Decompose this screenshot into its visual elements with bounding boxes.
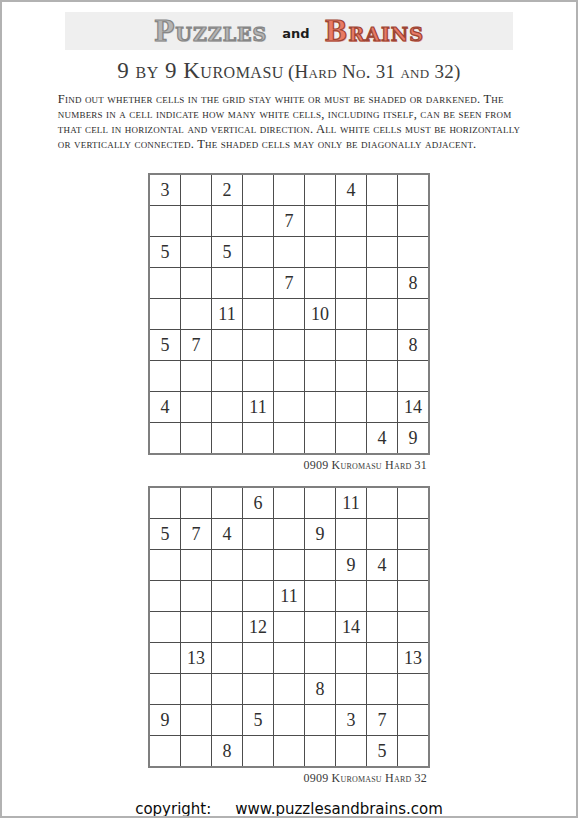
cell-r9c8: 4 (367, 423, 397, 453)
cell-r6c1: 5 (150, 330, 180, 360)
cell-r2c9 (398, 519, 428, 549)
cell-r6c9: 13 (398, 643, 428, 673)
logo-and: and (282, 22, 309, 41)
cell-r1c9 (398, 488, 428, 518)
cell-r3c7: 9 (336, 550, 366, 580)
cell-r6c1 (150, 643, 180, 673)
cell-r6c2: 13 (181, 643, 211, 673)
cell-r8c5 (274, 392, 304, 422)
cell-r8c7: 3 (336, 705, 366, 735)
cell-r4c1 (150, 268, 180, 298)
cell-r9c1 (150, 423, 180, 453)
cell-r4c5: 11 (274, 581, 304, 611)
cell-r9c4 (243, 736, 273, 766)
puzzle-caption-31: 0909 Kuromasu Hard 31 (148, 458, 430, 473)
cell-r7c5 (274, 361, 304, 391)
cell-r3c2 (181, 550, 211, 580)
cell-r2c9 (398, 206, 428, 236)
cell-r1c6 (305, 488, 335, 518)
cell-r2c3 (212, 206, 242, 236)
cell-r7c5 (274, 674, 304, 704)
cell-r8c8: 7 (367, 705, 397, 735)
cell-r9c6 (305, 423, 335, 453)
cell-r4c1 (150, 581, 180, 611)
cell-r7c4 (243, 361, 273, 391)
cell-r7c6: 8 (305, 674, 335, 704)
cell-r7c7 (336, 361, 366, 391)
cell-r9c5 (274, 423, 304, 453)
cell-r7c3 (212, 674, 242, 704)
puzzle-hard-31: 3247557811105784111449 0909 Kuromasu Har… (148, 173, 430, 473)
cell-r4c7 (336, 268, 366, 298)
cell-r3c4 (243, 237, 273, 267)
cell-r8c4: 5 (243, 705, 273, 735)
cell-r8c6 (305, 392, 335, 422)
cell-r6c5 (274, 643, 304, 673)
cell-r9c2 (181, 736, 211, 766)
cell-r9c4 (243, 423, 273, 453)
instructions-line-4: or vertically connected. The shaded cell… (58, 137, 520, 152)
cell-r8c8 (367, 392, 397, 422)
cell-r2c2 (181, 206, 211, 236)
site-logo-banner: Puzzles and Brains (65, 12, 513, 50)
cell-r6c5 (274, 330, 304, 360)
cell-r1c3 (212, 488, 242, 518)
cell-r5c3: 11 (212, 299, 242, 329)
cell-r5c7 (336, 299, 366, 329)
instructions-line-1: Find out whether cells in the grid stay … (58, 92, 520, 107)
cell-r4c3 (212, 581, 242, 611)
cell-r2c2: 7 (181, 519, 211, 549)
cell-r8c1: 9 (150, 705, 180, 735)
cell-r2c5: 7 (274, 206, 304, 236)
cell-r2c1: 5 (150, 519, 180, 549)
footer: copyright: www.puzzlesandbrains.com (2, 800, 576, 818)
cell-r9c3 (212, 423, 242, 453)
cell-r1c5 (274, 488, 304, 518)
cell-r4c4 (243, 581, 273, 611)
cell-r6c8 (367, 643, 397, 673)
cell-r4c2 (181, 581, 211, 611)
cell-r2c4 (243, 206, 273, 236)
cell-r1c4 (243, 175, 273, 205)
puzzle-caption-32: 0909 Kuromasu Hard 32 (148, 771, 430, 786)
cell-r7c2 (181, 361, 211, 391)
logo-brains: Brains (325, 18, 424, 45)
cell-r6c4 (243, 330, 273, 360)
cell-r4c8 (367, 268, 397, 298)
site-url-link[interactable]: www.puzzlesandbrains.com (235, 800, 443, 818)
cell-r3c5 (274, 237, 304, 267)
cell-r4c9: 8 (398, 268, 428, 298)
cell-r9c9: 9 (398, 423, 428, 453)
cell-r9c3: 8 (212, 736, 242, 766)
cell-r9c8: 5 (367, 736, 397, 766)
cell-r9c9 (398, 736, 428, 766)
cell-r1c5 (274, 175, 304, 205)
cell-r6c7 (336, 643, 366, 673)
cell-r2c8 (367, 206, 397, 236)
cell-r1c7: 4 (336, 175, 366, 205)
cell-r1c1: 3 (150, 175, 180, 205)
cell-r2c3: 4 (212, 519, 242, 549)
cell-r5c1 (150, 299, 180, 329)
cell-r8c3 (212, 392, 242, 422)
cell-r1c9 (398, 175, 428, 205)
cell-r3c7 (336, 237, 366, 267)
kuromasu-grid-31: 3247557811105784111449 (148, 173, 430, 455)
cell-r3c4 (243, 550, 273, 580)
cell-r1c4: 6 (243, 488, 273, 518)
cell-r8c2 (181, 392, 211, 422)
instructions: Find out whether cells in the grid stay … (58, 92, 520, 152)
cell-r5c6 (305, 612, 335, 642)
cell-r5c4 (243, 299, 273, 329)
cell-r2c5 (274, 519, 304, 549)
cell-r4c4 (243, 268, 273, 298)
cell-r2c1 (150, 206, 180, 236)
cell-r6c3 (212, 330, 242, 360)
cell-r2c7 (336, 206, 366, 236)
cell-r8c2 (181, 705, 211, 735)
cell-r1c8 (367, 488, 397, 518)
cell-r7c4 (243, 674, 273, 704)
cell-r9c7 (336, 423, 366, 453)
kuromasu-grid-32: 61157499411121413138953785 (148, 486, 430, 768)
cell-r3c9 (398, 237, 428, 267)
cell-r8c7 (336, 392, 366, 422)
cell-r4c6 (305, 581, 335, 611)
cell-r5c8 (367, 299, 397, 329)
cell-r9c7 (336, 736, 366, 766)
cell-r7c9 (398, 361, 428, 391)
cell-r8c1: 4 (150, 392, 180, 422)
cell-r9c1 (150, 736, 180, 766)
cell-r7c7 (336, 674, 366, 704)
cell-r5c4: 12 (243, 612, 273, 642)
cell-r3c9 (398, 550, 428, 580)
cell-r4c2 (181, 268, 211, 298)
cell-r2c7 (336, 519, 366, 549)
cell-r5c6: 10 (305, 299, 335, 329)
cell-r5c3 (212, 612, 242, 642)
cell-r3c6 (305, 237, 335, 267)
cell-r5c5 (274, 299, 304, 329)
cell-r5c2 (181, 612, 211, 642)
copyright-label: copyright: (135, 800, 211, 818)
cell-r3c8 (367, 237, 397, 267)
cell-r7c2 (181, 674, 211, 704)
cell-r2c8 (367, 519, 397, 549)
cell-r9c5 (274, 736, 304, 766)
cell-r7c9 (398, 674, 428, 704)
cell-r4c9 (398, 581, 428, 611)
cell-r1c2 (181, 488, 211, 518)
cell-r5c1 (150, 612, 180, 642)
cell-r7c3 (212, 361, 242, 391)
cell-r9c6 (305, 736, 335, 766)
cell-r3c5 (274, 550, 304, 580)
cell-r1c2 (181, 175, 211, 205)
puzzle-page: Puzzles and Brains 9 by 9 Kuromasu (Hard… (0, 0, 578, 818)
cell-r7c1 (150, 361, 180, 391)
cell-r3c1: 5 (150, 237, 180, 267)
cell-r6c3 (212, 643, 242, 673)
cell-r5c2 (181, 299, 211, 329)
cell-r1c3: 2 (212, 175, 242, 205)
cell-r3c2 (181, 237, 211, 267)
cell-r8c9: 14 (398, 392, 428, 422)
cell-r3c1 (150, 550, 180, 580)
cell-r2c6 (305, 206, 335, 236)
cell-r8c5 (274, 705, 304, 735)
cell-r5c9 (398, 612, 428, 642)
cell-r2c6: 9 (305, 519, 335, 549)
cell-r5c7: 14 (336, 612, 366, 642)
cell-r5c9 (398, 299, 428, 329)
cell-r2c4 (243, 519, 273, 549)
page-title-main: 9 by 9 Kuromasu (117, 58, 284, 83)
cell-r4c6 (305, 268, 335, 298)
cell-r5c8 (367, 612, 397, 642)
cell-r4c5: 7 (274, 268, 304, 298)
page-title-sub: (Hard No. 31 and 32) (288, 61, 461, 82)
logo-puzzles: Puzzles (154, 18, 267, 45)
cell-r4c3 (212, 268, 242, 298)
cell-r4c8 (367, 581, 397, 611)
cell-r8c6 (305, 705, 335, 735)
cell-r4c7 (336, 581, 366, 611)
cell-r7c8 (367, 674, 397, 704)
cell-r6c7 (336, 330, 366, 360)
cell-r3c8: 4 (367, 550, 397, 580)
cell-r6c6 (305, 330, 335, 360)
cell-r3c6 (305, 550, 335, 580)
cell-r3c3: 5 (212, 237, 242, 267)
cell-r6c4 (243, 643, 273, 673)
cell-r7c6 (305, 361, 335, 391)
cell-r8c3 (212, 705, 242, 735)
cell-r8c9 (398, 705, 428, 735)
instructions-line-2: numbers in a cell indicate how many whit… (58, 107, 520, 122)
cell-r8c4: 11 (243, 392, 273, 422)
cell-r6c6 (305, 643, 335, 673)
cell-r6c9: 8 (398, 330, 428, 360)
cell-r3c3 (212, 550, 242, 580)
cell-r1c7: 11 (336, 488, 366, 518)
puzzle-hard-32: 61157499411121413138953785 0909 Kuromasu… (148, 486, 430, 786)
cell-r7c1 (150, 674, 180, 704)
page-title: 9 by 9 Kuromasu (Hard No. 31 and 32) (2, 58, 576, 84)
cell-r6c8 (367, 330, 397, 360)
cell-r5c5 (274, 612, 304, 642)
cell-r1c6 (305, 175, 335, 205)
cell-r7c8 (367, 361, 397, 391)
instructions-line-3: that cell in horizontal and vertical dir… (58, 122, 520, 137)
cell-r1c1 (150, 488, 180, 518)
cell-r6c2: 7 (181, 330, 211, 360)
cell-r9c2 (181, 423, 211, 453)
cell-r1c8 (367, 175, 397, 205)
